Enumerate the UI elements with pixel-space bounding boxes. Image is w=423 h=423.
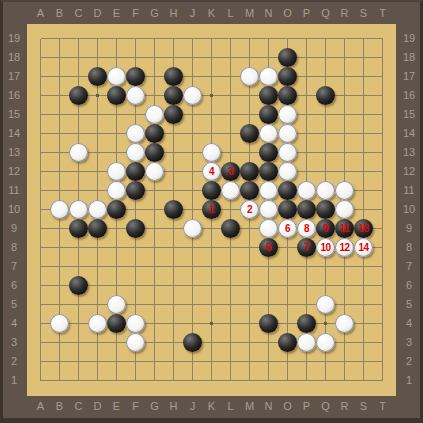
intersection-T4[interactable] bbox=[373, 314, 392, 333]
intersection-C15[interactable] bbox=[69, 105, 88, 124]
intersection-B1[interactable] bbox=[50, 371, 69, 390]
intersection-H8[interactable] bbox=[164, 238, 183, 257]
intersection-G13[interactable] bbox=[145, 143, 164, 162]
intersection-E4[interactable] bbox=[107, 314, 126, 333]
intersection-L7[interactable] bbox=[221, 257, 240, 276]
intersection-M13[interactable] bbox=[240, 143, 259, 162]
intersection-E11[interactable] bbox=[107, 181, 126, 200]
intersection-T19[interactable] bbox=[373, 29, 392, 48]
intersection-D4[interactable] bbox=[88, 314, 107, 333]
intersection-H16[interactable] bbox=[164, 86, 183, 105]
intersection-N11[interactable] bbox=[259, 181, 278, 200]
intersection-Q3[interactable] bbox=[316, 333, 335, 352]
intersection-L4[interactable] bbox=[221, 314, 240, 333]
intersection-O9[interactable]: 6 bbox=[278, 219, 297, 238]
intersection-A10[interactable] bbox=[31, 200, 50, 219]
intersection-G10[interactable] bbox=[145, 200, 164, 219]
intersection-O8[interactable] bbox=[278, 238, 297, 257]
intersection-P19[interactable] bbox=[297, 29, 316, 48]
intersection-E16[interactable] bbox=[107, 86, 126, 105]
intersection-S15[interactable] bbox=[354, 105, 373, 124]
intersection-G11[interactable] bbox=[145, 181, 164, 200]
intersection-K19[interactable] bbox=[202, 29, 221, 48]
intersection-K9[interactable] bbox=[202, 219, 221, 238]
intersection-M9[interactable] bbox=[240, 219, 259, 238]
intersection-E10[interactable] bbox=[107, 200, 126, 219]
intersection-P9[interactable]: 8 bbox=[297, 219, 316, 238]
intersection-A19[interactable] bbox=[31, 29, 50, 48]
intersection-S7[interactable] bbox=[354, 257, 373, 276]
intersection-L8[interactable] bbox=[221, 238, 240, 257]
intersection-E2[interactable] bbox=[107, 352, 126, 371]
intersection-E1[interactable] bbox=[107, 371, 126, 390]
intersection-L10[interactable] bbox=[221, 200, 240, 219]
intersection-Q15[interactable] bbox=[316, 105, 335, 124]
intersection-N17[interactable] bbox=[259, 67, 278, 86]
intersection-B12[interactable] bbox=[50, 162, 69, 181]
intersection-R17[interactable] bbox=[335, 67, 354, 86]
intersection-K16[interactable] bbox=[202, 86, 221, 105]
intersection-E14[interactable] bbox=[107, 124, 126, 143]
intersection-O14[interactable] bbox=[278, 124, 297, 143]
intersection-J9[interactable] bbox=[183, 219, 202, 238]
intersection-M12[interactable] bbox=[240, 162, 259, 181]
intersection-D16[interactable] bbox=[88, 86, 107, 105]
intersection-P13[interactable] bbox=[297, 143, 316, 162]
intersection-C5[interactable] bbox=[69, 295, 88, 314]
intersection-S1[interactable] bbox=[354, 371, 373, 390]
intersection-S8[interactable]: 14 bbox=[354, 238, 373, 257]
intersection-F2[interactable] bbox=[126, 352, 145, 371]
intersection-B14[interactable] bbox=[50, 124, 69, 143]
intersection-J1[interactable] bbox=[183, 371, 202, 390]
intersection-H5[interactable] bbox=[164, 295, 183, 314]
intersection-B8[interactable] bbox=[50, 238, 69, 257]
intersection-E19[interactable] bbox=[107, 29, 126, 48]
intersection-C8[interactable] bbox=[69, 238, 88, 257]
intersection-H10[interactable] bbox=[164, 200, 183, 219]
intersection-R19[interactable] bbox=[335, 29, 354, 48]
intersection-M7[interactable] bbox=[240, 257, 259, 276]
intersection-D13[interactable] bbox=[88, 143, 107, 162]
intersection-H12[interactable] bbox=[164, 162, 183, 181]
intersection-J6[interactable] bbox=[183, 276, 202, 295]
intersection-Q11[interactable] bbox=[316, 181, 335, 200]
intersection-Q8[interactable]: 10 bbox=[316, 238, 335, 257]
intersection-D19[interactable] bbox=[88, 29, 107, 48]
intersection-H7[interactable] bbox=[164, 257, 183, 276]
intersection-P7[interactable] bbox=[297, 257, 316, 276]
intersection-Q14[interactable] bbox=[316, 124, 335, 143]
intersection-M14[interactable] bbox=[240, 124, 259, 143]
intersection-P8[interactable]: 7 bbox=[297, 238, 316, 257]
intersection-F13[interactable] bbox=[126, 143, 145, 162]
intersection-N16[interactable] bbox=[259, 86, 278, 105]
intersection-R3[interactable] bbox=[335, 333, 354, 352]
intersection-M3[interactable] bbox=[240, 333, 259, 352]
intersection-M19[interactable] bbox=[240, 29, 259, 48]
intersection-J14[interactable] bbox=[183, 124, 202, 143]
intersection-N18[interactable] bbox=[259, 48, 278, 67]
intersection-G19[interactable] bbox=[145, 29, 164, 48]
intersection-D3[interactable] bbox=[88, 333, 107, 352]
intersection-J3[interactable] bbox=[183, 333, 202, 352]
intersection-K13[interactable] bbox=[202, 143, 221, 162]
intersection-Q18[interactable] bbox=[316, 48, 335, 67]
intersection-T9[interactable] bbox=[373, 219, 392, 238]
intersection-F6[interactable] bbox=[126, 276, 145, 295]
intersection-N2[interactable] bbox=[259, 352, 278, 371]
intersection-O6[interactable] bbox=[278, 276, 297, 295]
intersection-Q16[interactable] bbox=[316, 86, 335, 105]
intersection-T18[interactable] bbox=[373, 48, 392, 67]
intersection-D15[interactable] bbox=[88, 105, 107, 124]
intersection-L9[interactable] bbox=[221, 219, 240, 238]
intersection-Q4[interactable] bbox=[316, 314, 335, 333]
intersection-K15[interactable] bbox=[202, 105, 221, 124]
intersection-C19[interactable] bbox=[69, 29, 88, 48]
intersection-C13[interactable] bbox=[69, 143, 88, 162]
intersection-O7[interactable] bbox=[278, 257, 297, 276]
intersection-J13[interactable] bbox=[183, 143, 202, 162]
intersection-P5[interactable] bbox=[297, 295, 316, 314]
intersection-S13[interactable] bbox=[354, 143, 373, 162]
intersection-F12[interactable] bbox=[126, 162, 145, 181]
intersection-R14[interactable] bbox=[335, 124, 354, 143]
intersection-J2[interactable] bbox=[183, 352, 202, 371]
intersection-O15[interactable] bbox=[278, 105, 297, 124]
intersection-H3[interactable] bbox=[164, 333, 183, 352]
intersection-C18[interactable] bbox=[69, 48, 88, 67]
intersection-L15[interactable] bbox=[221, 105, 240, 124]
intersection-M17[interactable] bbox=[240, 67, 259, 86]
intersection-K6[interactable] bbox=[202, 276, 221, 295]
intersection-K10[interactable]: 1 bbox=[202, 200, 221, 219]
intersection-P6[interactable] bbox=[297, 276, 316, 295]
intersection-D9[interactable] bbox=[88, 219, 107, 238]
intersection-Q10[interactable] bbox=[316, 200, 335, 219]
intersection-P15[interactable] bbox=[297, 105, 316, 124]
intersection-D18[interactable] bbox=[88, 48, 107, 67]
intersection-C17[interactable] bbox=[69, 67, 88, 86]
intersection-R16[interactable] bbox=[335, 86, 354, 105]
intersection-N7[interactable] bbox=[259, 257, 278, 276]
intersection-E7[interactable] bbox=[107, 257, 126, 276]
intersection-R2[interactable] bbox=[335, 352, 354, 371]
intersection-C12[interactable] bbox=[69, 162, 88, 181]
intersection-E6[interactable] bbox=[107, 276, 126, 295]
intersection-R9[interactable]: 11 bbox=[335, 219, 354, 238]
intersection-M16[interactable] bbox=[240, 86, 259, 105]
intersection-Q13[interactable] bbox=[316, 143, 335, 162]
intersection-R1[interactable] bbox=[335, 371, 354, 390]
intersection-C9[interactable] bbox=[69, 219, 88, 238]
intersection-K11[interactable] bbox=[202, 181, 221, 200]
intersection-D8[interactable] bbox=[88, 238, 107, 257]
intersection-D2[interactable] bbox=[88, 352, 107, 371]
intersection-P14[interactable] bbox=[297, 124, 316, 143]
intersection-F7[interactable] bbox=[126, 257, 145, 276]
intersection-N12[interactable] bbox=[259, 162, 278, 181]
intersection-B18[interactable] bbox=[50, 48, 69, 67]
intersection-P18[interactable] bbox=[297, 48, 316, 67]
intersection-K1[interactable] bbox=[202, 371, 221, 390]
intersection-J18[interactable] bbox=[183, 48, 202, 67]
intersection-L19[interactable] bbox=[221, 29, 240, 48]
intersection-G15[interactable] bbox=[145, 105, 164, 124]
intersection-K17[interactable] bbox=[202, 67, 221, 86]
intersection-H4[interactable] bbox=[164, 314, 183, 333]
intersection-G17[interactable] bbox=[145, 67, 164, 86]
intersection-H9[interactable] bbox=[164, 219, 183, 238]
intersection-S4[interactable] bbox=[354, 314, 373, 333]
intersection-R4[interactable] bbox=[335, 314, 354, 333]
intersection-O19[interactable] bbox=[278, 29, 297, 48]
intersection-O13[interactable] bbox=[278, 143, 297, 162]
intersection-R11[interactable] bbox=[335, 181, 354, 200]
intersection-B9[interactable] bbox=[50, 219, 69, 238]
intersection-O16[interactable] bbox=[278, 86, 297, 105]
intersection-J16[interactable] bbox=[183, 86, 202, 105]
intersection-G6[interactable] bbox=[145, 276, 164, 295]
intersection-N3[interactable] bbox=[259, 333, 278, 352]
intersection-T13[interactable] bbox=[373, 143, 392, 162]
intersection-E12[interactable] bbox=[107, 162, 126, 181]
intersection-D1[interactable] bbox=[88, 371, 107, 390]
intersection-M10[interactable]: 2 bbox=[240, 200, 259, 219]
intersection-O3[interactable] bbox=[278, 333, 297, 352]
intersection-P17[interactable] bbox=[297, 67, 316, 86]
intersection-T8[interactable] bbox=[373, 238, 392, 257]
intersection-S11[interactable] bbox=[354, 181, 373, 200]
intersection-J7[interactable] bbox=[183, 257, 202, 276]
intersection-B3[interactable] bbox=[50, 333, 69, 352]
intersection-A8[interactable] bbox=[31, 238, 50, 257]
intersection-G7[interactable] bbox=[145, 257, 164, 276]
intersection-S14[interactable] bbox=[354, 124, 373, 143]
intersection-Q7[interactable] bbox=[316, 257, 335, 276]
intersection-C3[interactable] bbox=[69, 333, 88, 352]
intersection-T15[interactable] bbox=[373, 105, 392, 124]
intersection-P12[interactable] bbox=[297, 162, 316, 181]
intersection-A5[interactable] bbox=[31, 295, 50, 314]
intersection-D14[interactable] bbox=[88, 124, 107, 143]
intersection-D12[interactable] bbox=[88, 162, 107, 181]
intersection-A15[interactable] bbox=[31, 105, 50, 124]
intersection-C16[interactable] bbox=[69, 86, 88, 105]
intersection-C1[interactable] bbox=[69, 371, 88, 390]
intersection-O18[interactable] bbox=[278, 48, 297, 67]
intersection-A3[interactable] bbox=[31, 333, 50, 352]
intersection-R18[interactable] bbox=[335, 48, 354, 67]
intersection-A18[interactable] bbox=[31, 48, 50, 67]
intersection-L5[interactable] bbox=[221, 295, 240, 314]
intersection-K18[interactable] bbox=[202, 48, 221, 67]
intersection-S5[interactable] bbox=[354, 295, 373, 314]
intersection-F14[interactable] bbox=[126, 124, 145, 143]
intersection-Q1[interactable] bbox=[316, 371, 335, 390]
intersection-M18[interactable] bbox=[240, 48, 259, 67]
intersection-P10[interactable] bbox=[297, 200, 316, 219]
intersection-P1[interactable] bbox=[297, 371, 316, 390]
intersection-K2[interactable] bbox=[202, 352, 221, 371]
intersection-G14[interactable] bbox=[145, 124, 164, 143]
intersection-G18[interactable] bbox=[145, 48, 164, 67]
intersection-M15[interactable] bbox=[240, 105, 259, 124]
intersection-L1[interactable] bbox=[221, 371, 240, 390]
intersection-J5[interactable] bbox=[183, 295, 202, 314]
intersection-B7[interactable] bbox=[50, 257, 69, 276]
intersection-F5[interactable] bbox=[126, 295, 145, 314]
intersection-O10[interactable] bbox=[278, 200, 297, 219]
intersection-A16[interactable] bbox=[31, 86, 50, 105]
intersection-T1[interactable] bbox=[373, 371, 392, 390]
intersection-L11[interactable] bbox=[221, 181, 240, 200]
intersection-G1[interactable] bbox=[145, 371, 164, 390]
intersection-J15[interactable] bbox=[183, 105, 202, 124]
intersection-R5[interactable] bbox=[335, 295, 354, 314]
intersection-Q2[interactable] bbox=[316, 352, 335, 371]
intersection-D17[interactable] bbox=[88, 67, 107, 86]
intersection-S10[interactable] bbox=[354, 200, 373, 219]
intersection-N5[interactable] bbox=[259, 295, 278, 314]
intersection-H19[interactable] bbox=[164, 29, 183, 48]
intersection-D6[interactable] bbox=[88, 276, 107, 295]
intersection-B6[interactable] bbox=[50, 276, 69, 295]
intersection-Q6[interactable] bbox=[316, 276, 335, 295]
intersection-D5[interactable] bbox=[88, 295, 107, 314]
intersection-M8[interactable] bbox=[240, 238, 259, 257]
intersection-A9[interactable] bbox=[31, 219, 50, 238]
intersection-L14[interactable] bbox=[221, 124, 240, 143]
intersection-M4[interactable] bbox=[240, 314, 259, 333]
intersection-R15[interactable] bbox=[335, 105, 354, 124]
intersection-A17[interactable] bbox=[31, 67, 50, 86]
intersection-A13[interactable] bbox=[31, 143, 50, 162]
intersection-N8[interactable]: 5 bbox=[259, 238, 278, 257]
intersection-N1[interactable] bbox=[259, 371, 278, 390]
intersection-F10[interactable] bbox=[126, 200, 145, 219]
intersection-S18[interactable] bbox=[354, 48, 373, 67]
intersection-S19[interactable] bbox=[354, 29, 373, 48]
intersection-F19[interactable] bbox=[126, 29, 145, 48]
intersection-E9[interactable] bbox=[107, 219, 126, 238]
intersection-T2[interactable] bbox=[373, 352, 392, 371]
intersection-J12[interactable] bbox=[183, 162, 202, 181]
intersection-J8[interactable] bbox=[183, 238, 202, 257]
intersection-B11[interactable] bbox=[50, 181, 69, 200]
intersection-Q9[interactable]: 9 bbox=[316, 219, 335, 238]
intersection-Q12[interactable] bbox=[316, 162, 335, 181]
intersection-M2[interactable] bbox=[240, 352, 259, 371]
intersection-F17[interactable] bbox=[126, 67, 145, 86]
intersection-C7[interactable] bbox=[69, 257, 88, 276]
intersection-A4[interactable] bbox=[31, 314, 50, 333]
intersection-T3[interactable] bbox=[373, 333, 392, 352]
intersection-F18[interactable] bbox=[126, 48, 145, 67]
intersection-D11[interactable] bbox=[88, 181, 107, 200]
intersection-N6[interactable] bbox=[259, 276, 278, 295]
intersection-E17[interactable] bbox=[107, 67, 126, 86]
intersection-N9[interactable] bbox=[259, 219, 278, 238]
intersection-T16[interactable] bbox=[373, 86, 392, 105]
intersection-C14[interactable] bbox=[69, 124, 88, 143]
intersection-T5[interactable] bbox=[373, 295, 392, 314]
intersection-F9[interactable] bbox=[126, 219, 145, 238]
intersection-E3[interactable] bbox=[107, 333, 126, 352]
intersection-S9[interactable]: 13 bbox=[354, 219, 373, 238]
intersection-C4[interactable] bbox=[69, 314, 88, 333]
intersection-L16[interactable] bbox=[221, 86, 240, 105]
intersection-L3[interactable] bbox=[221, 333, 240, 352]
intersection-S16[interactable] bbox=[354, 86, 373, 105]
intersection-T7[interactable] bbox=[373, 257, 392, 276]
intersection-C2[interactable] bbox=[69, 352, 88, 371]
intersection-B2[interactable] bbox=[50, 352, 69, 371]
intersection-A6[interactable] bbox=[31, 276, 50, 295]
intersection-K7[interactable] bbox=[202, 257, 221, 276]
intersection-Q5[interactable] bbox=[316, 295, 335, 314]
intersection-E18[interactable] bbox=[107, 48, 126, 67]
intersection-Q19[interactable] bbox=[316, 29, 335, 48]
intersection-R13[interactable] bbox=[335, 143, 354, 162]
intersection-L12[interactable]: 3 bbox=[221, 162, 240, 181]
intersection-T6[interactable] bbox=[373, 276, 392, 295]
intersection-J19[interactable] bbox=[183, 29, 202, 48]
intersection-K12[interactable]: 4 bbox=[202, 162, 221, 181]
intersection-E15[interactable] bbox=[107, 105, 126, 124]
intersection-K14[interactable] bbox=[202, 124, 221, 143]
intersection-B16[interactable] bbox=[50, 86, 69, 105]
intersection-O2[interactable] bbox=[278, 352, 297, 371]
intersection-N4[interactable] bbox=[259, 314, 278, 333]
intersection-E13[interactable] bbox=[107, 143, 126, 162]
intersection-G16[interactable] bbox=[145, 86, 164, 105]
intersection-F15[interactable] bbox=[126, 105, 145, 124]
intersection-F11[interactable] bbox=[126, 181, 145, 200]
intersection-A2[interactable] bbox=[31, 352, 50, 371]
intersection-L13[interactable] bbox=[221, 143, 240, 162]
intersection-G12[interactable] bbox=[145, 162, 164, 181]
intersection-T12[interactable] bbox=[373, 162, 392, 181]
intersection-K3[interactable] bbox=[202, 333, 221, 352]
intersection-C10[interactable] bbox=[69, 200, 88, 219]
intersection-N14[interactable] bbox=[259, 124, 278, 143]
intersection-A1[interactable] bbox=[31, 371, 50, 390]
intersection-P3[interactable] bbox=[297, 333, 316, 352]
intersection-J11[interactable] bbox=[183, 181, 202, 200]
intersection-K8[interactable] bbox=[202, 238, 221, 257]
intersection-H11[interactable] bbox=[164, 181, 183, 200]
intersection-B13[interactable] bbox=[50, 143, 69, 162]
intersection-O11[interactable] bbox=[278, 181, 297, 200]
intersection-B5[interactable] bbox=[50, 295, 69, 314]
intersection-S2[interactable] bbox=[354, 352, 373, 371]
intersection-B15[interactable] bbox=[50, 105, 69, 124]
intersection-C11[interactable] bbox=[69, 181, 88, 200]
intersection-B10[interactable] bbox=[50, 200, 69, 219]
intersection-B4[interactable] bbox=[50, 314, 69, 333]
intersection-R10[interactable] bbox=[335, 200, 354, 219]
intersection-O1[interactable] bbox=[278, 371, 297, 390]
intersection-H13[interactable] bbox=[164, 143, 183, 162]
intersection-T11[interactable] bbox=[373, 181, 392, 200]
intersection-M11[interactable] bbox=[240, 181, 259, 200]
intersection-H18[interactable] bbox=[164, 48, 183, 67]
intersection-S3[interactable] bbox=[354, 333, 373, 352]
intersection-H6[interactable] bbox=[164, 276, 183, 295]
intersection-O12[interactable] bbox=[278, 162, 297, 181]
